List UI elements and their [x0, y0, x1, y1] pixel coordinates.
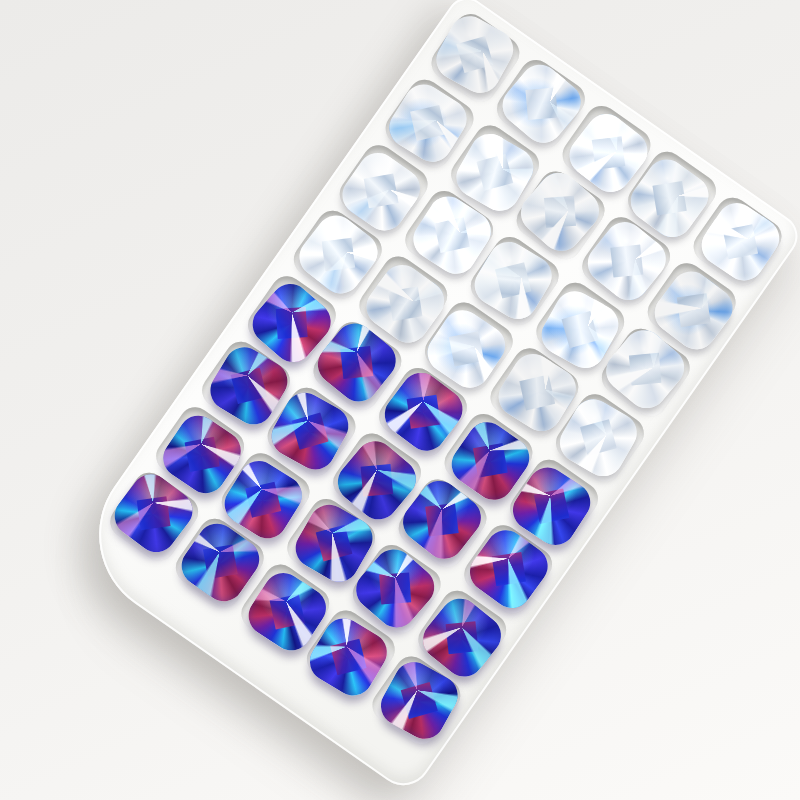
gem-crystal-clear: [429, 8, 520, 99]
photo-background: [0, 0, 800, 800]
rhinestone-tray: [66, 0, 800, 796]
